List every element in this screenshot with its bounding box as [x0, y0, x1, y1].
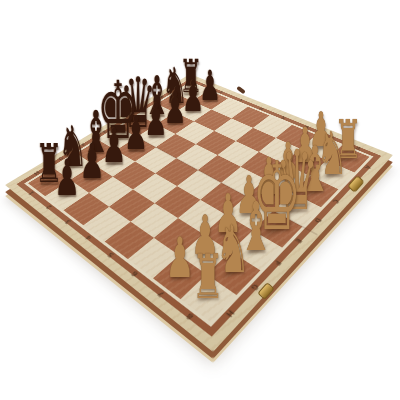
piece-black-pawn: ♟ [102, 123, 127, 171]
piece-white-pawn: ♟ [165, 230, 194, 286]
piece-black-pawn: ♟ [79, 137, 105, 186]
chess-set-photo: 1122334455667788AABBCCDDEEFFGGHH ♜♞♝♛♚♝♞… [0, 0, 400, 400]
piece-black-pawn: ♟ [54, 153, 80, 203]
piece-white-rook: ♜ [192, 245, 224, 306]
piece-black-pawn: ♟ [124, 110, 148, 156]
pieces-layer: ♜♞♝♛♚♝♞♜♟♟♟♟♟♟♟♟♟♟♟♟♟♟♟♟♜♞♝♛♚♝♞♜ [0, 0, 400, 400]
